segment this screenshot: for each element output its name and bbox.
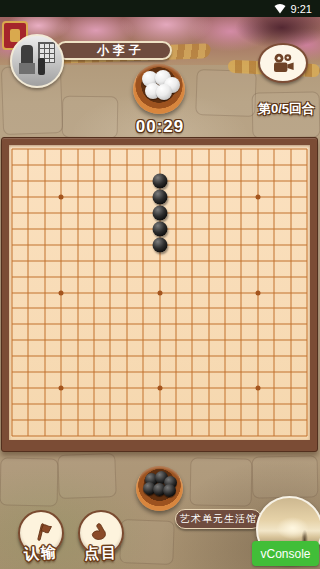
- status-bar: 9:21: [0, 0, 320, 17]
- wall-brick: [252, 455, 319, 498]
- go-board-frame: [1, 137, 318, 452]
- vconsole-label: vConsole: [260, 547, 310, 561]
- white-stones-bowl: [133, 64, 185, 114]
- wall-brick: [0, 457, 58, 506]
- avatar-photo-person: [38, 58, 45, 75]
- move-timer: 00:29: [110, 117, 210, 137]
- game-screen: 9:21 小李子 00:29 第0/5回合: [0, 0, 320, 569]
- player-name: 小李子: [97, 42, 145, 59]
- wall-brick: [190, 457, 253, 506]
- black-stone: [152, 237, 167, 252]
- pointing-hand-icon: [88, 520, 114, 546]
- bottom-bowl-stones: [143, 471, 176, 502]
- top-bowl-stones: [140, 69, 178, 105]
- venue-banner: 艺术单元生活馆: [175, 509, 262, 529]
- player-name-banner: 小李子: [56, 41, 172, 60]
- wall-brick: [57, 453, 117, 499]
- count-points-button-label: 点目: [71, 543, 132, 564]
- vconsole-button[interactable]: vConsole: [252, 541, 319, 566]
- flag-icon: [28, 520, 54, 546]
- board-grid: [12, 149, 307, 436]
- player-avatar[interactable]: [10, 34, 64, 88]
- status-time: 9:21: [291, 3, 312, 15]
- black-stone: [152, 205, 167, 220]
- wall-brick: [195, 69, 257, 117]
- black-stone: [152, 221, 167, 236]
- round-counter: 第0/5回合: [258, 100, 315, 118]
- black-stone: [152, 173, 167, 188]
- movie-camera-icon: [272, 53, 295, 74]
- camera-button[interactable]: [258, 43, 308, 83]
- black-stone: [152, 189, 167, 204]
- venue-label: 艺术单元生活馆: [180, 512, 257, 526]
- avatar-photo-statue: [21, 45, 33, 64]
- go-board[interactable]: [9, 145, 310, 440]
- wifi-icon: [274, 4, 286, 14]
- black-stones-bowl: [136, 466, 183, 511]
- avatar-photo-pedestal: [19, 63, 35, 74]
